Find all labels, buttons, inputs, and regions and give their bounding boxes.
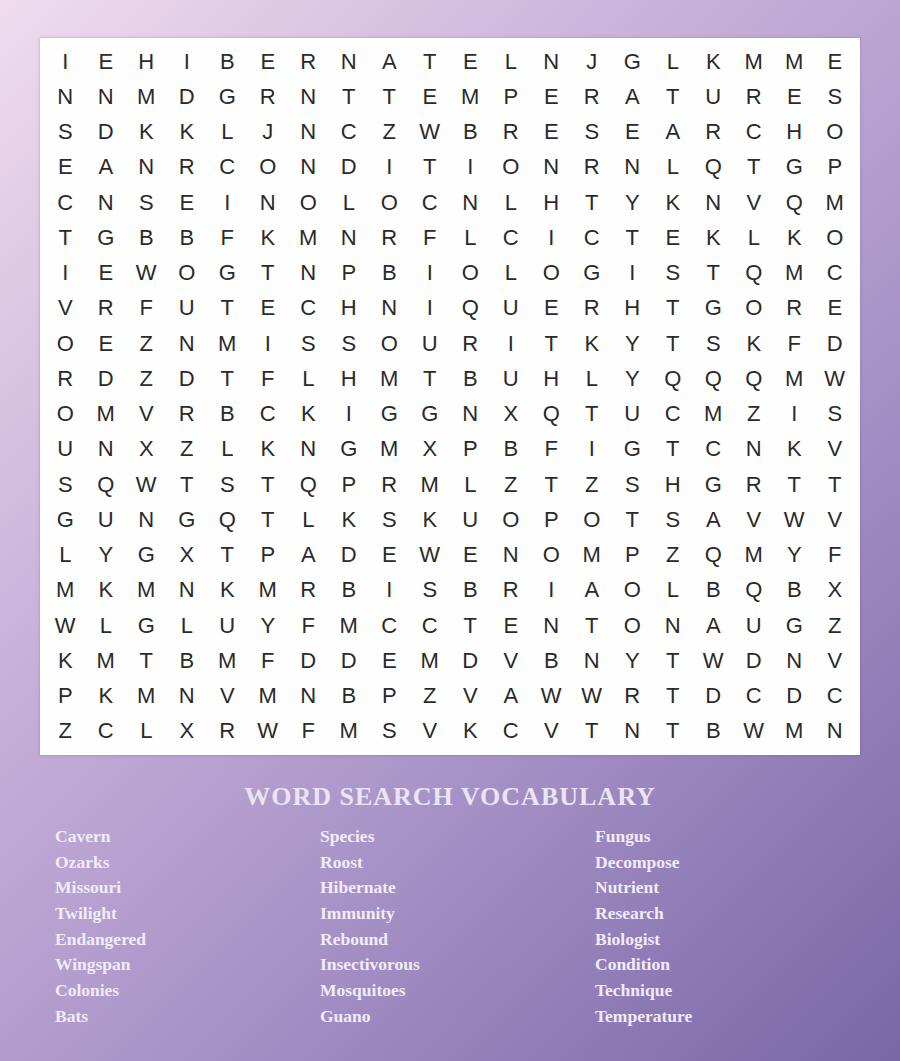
grid-cell[interactable]: I [410, 256, 451, 291]
grid-cell[interactable]: I [491, 326, 532, 361]
grid-cell[interactable]: R [288, 573, 329, 608]
grid-cell[interactable]: Q [86, 467, 127, 502]
grid-cell[interactable]: H [612, 291, 653, 326]
grid-cell[interactable]: E [531, 79, 572, 114]
grid-cell[interactable]: I [531, 573, 572, 608]
grid-cell[interactable]: Y [86, 538, 127, 573]
grid-cell[interactable]: S [653, 502, 694, 537]
grid-cell[interactable]: C [815, 679, 856, 714]
grid-cell[interactable]: E [86, 256, 127, 291]
grid-cell[interactable]: Y [248, 608, 289, 643]
grid-cell[interactable]: O [531, 256, 572, 291]
grid-cell[interactable]: B [450, 573, 491, 608]
grid-cell[interactable]: V [491, 643, 532, 678]
grid-cell[interactable]: W [531, 679, 572, 714]
grid-cell[interactable]: X [410, 432, 451, 467]
grid-cell[interactable]: C [410, 185, 451, 220]
grid-cell[interactable]: E [369, 643, 410, 678]
grid-cell[interactable]: U [167, 291, 208, 326]
grid-cell[interactable]: L [734, 220, 775, 255]
grid-cell[interactable]: H [329, 291, 370, 326]
grid-cell[interactable]: T [207, 291, 248, 326]
grid-cell[interactable]: S [369, 714, 410, 749]
grid-cell[interactable]: G [207, 79, 248, 114]
grid-cell[interactable]: S [815, 79, 856, 114]
grid-cell[interactable]: T [45, 220, 86, 255]
grid-cell[interactable]: M [815, 185, 856, 220]
grid-cell[interactable]: B [167, 220, 208, 255]
grid-cell[interactable]: F [288, 714, 329, 749]
grid-cell[interactable]: K [86, 679, 127, 714]
grid-cell[interactable]: I [248, 326, 289, 361]
grid-cell[interactable]: N [167, 679, 208, 714]
grid-cell[interactable]: M [774, 714, 815, 749]
grid-cell[interactable]: K [45, 643, 86, 678]
grid-cell[interactable]: L [207, 115, 248, 150]
grid-cell[interactable]: P [450, 432, 491, 467]
grid-cell[interactable]: R [572, 79, 613, 114]
grid-cell[interactable]: C [491, 714, 532, 749]
grid-cell[interactable]: T [410, 150, 451, 185]
grid-cell[interactable]: T [653, 714, 694, 749]
grid-cell[interactable]: H [531, 185, 572, 220]
grid-cell[interactable]: G [369, 397, 410, 432]
grid-cell[interactable]: N [288, 432, 329, 467]
grid-cell[interactable]: N [531, 44, 572, 79]
grid-cell[interactable]: N [693, 185, 734, 220]
grid-cell[interactable]: K [288, 397, 329, 432]
grid-cell[interactable]: Y [612, 326, 653, 361]
grid-cell[interactable]: T [653, 326, 694, 361]
grid-cell[interactable]: C [369, 608, 410, 643]
grid-cell[interactable]: N [612, 150, 653, 185]
grid-cell[interactable]: L [450, 467, 491, 502]
grid-cell[interactable]: S [126, 185, 167, 220]
grid-cell[interactable]: E [86, 326, 127, 361]
grid-cell[interactable]: H [774, 115, 815, 150]
grid-cell[interactable]: L [45, 538, 86, 573]
grid-cell[interactable]: M [774, 256, 815, 291]
grid-cell[interactable]: N [86, 79, 127, 114]
grid-cell[interactable]: T [207, 538, 248, 573]
grid-cell[interactable]: R [248, 79, 289, 114]
grid-cell[interactable]: T [572, 608, 613, 643]
grid-cell[interactable]: H [531, 361, 572, 396]
grid-cell[interactable]: S [653, 256, 694, 291]
grid-cell[interactable]: N [86, 185, 127, 220]
grid-cell[interactable]: C [734, 679, 775, 714]
grid-cell[interactable]: I [774, 397, 815, 432]
grid-cell[interactable]: O [45, 326, 86, 361]
grid-cell[interactable]: T [693, 256, 734, 291]
grid-cell[interactable]: Z [45, 714, 86, 749]
grid-cell[interactable]: G [126, 538, 167, 573]
grid-cell[interactable]: Z [734, 397, 775, 432]
grid-cell[interactable]: U [612, 397, 653, 432]
grid-cell[interactable]: A [369, 44, 410, 79]
grid-cell[interactable]: N [450, 397, 491, 432]
grid-cell[interactable]: J [248, 115, 289, 150]
grid-cell[interactable]: O [612, 573, 653, 608]
grid-cell[interactable]: N [531, 608, 572, 643]
grid-cell[interactable]: R [734, 79, 775, 114]
grid-cell[interactable]: S [369, 502, 410, 537]
grid-cell[interactable]: P [248, 538, 289, 573]
grid-cell[interactable]: L [288, 502, 329, 537]
grid-cell[interactable]: N [167, 326, 208, 361]
grid-cell[interactable]: E [531, 291, 572, 326]
grid-cell[interactable]: K [248, 432, 289, 467]
grid-cell[interactable]: F [248, 361, 289, 396]
grid-cell[interactable]: N [288, 79, 329, 114]
grid-cell[interactable]: Y [612, 643, 653, 678]
grid-cell[interactable]: Y [612, 361, 653, 396]
grid-cell[interactable]: R [572, 291, 613, 326]
grid-cell[interactable]: L [491, 256, 532, 291]
grid-cell[interactable]: M [329, 714, 370, 749]
grid-cell[interactable]: R [167, 150, 208, 185]
grid-cell[interactable]: I [531, 220, 572, 255]
grid-cell[interactable]: G [693, 291, 734, 326]
grid-cell[interactable]: Z [815, 608, 856, 643]
grid-cell[interactable]: G [693, 467, 734, 502]
grid-cell[interactable]: N [612, 714, 653, 749]
grid-cell[interactable]: K [693, 220, 734, 255]
grid-cell[interactable]: B [329, 679, 370, 714]
grid-cell[interactable]: W [410, 115, 451, 150]
grid-cell[interactable]: N [815, 714, 856, 749]
grid-cell[interactable]: T [653, 679, 694, 714]
grid-cell[interactable]: D [450, 643, 491, 678]
grid-cell[interactable]: G [774, 150, 815, 185]
grid-cell[interactable]: D [774, 679, 815, 714]
grid-cell[interactable]: I [45, 256, 86, 291]
grid-cell[interactable]: K [734, 326, 775, 361]
grid-cell[interactable]: I [572, 432, 613, 467]
grid-cell[interactable]: I [612, 256, 653, 291]
grid-cell[interactable]: Z [369, 115, 410, 150]
grid-cell[interactable]: M [86, 643, 127, 678]
grid-cell[interactable]: M [126, 679, 167, 714]
grid-cell[interactable]: D [288, 643, 329, 678]
grid-cell[interactable]: T [653, 643, 694, 678]
grid-cell[interactable]: T [410, 44, 451, 79]
grid-cell[interactable]: V [450, 679, 491, 714]
grid-cell[interactable]: M [248, 679, 289, 714]
grid-cell[interactable]: Y [774, 538, 815, 573]
grid-cell[interactable]: F [531, 432, 572, 467]
grid-cell[interactable]: D [329, 150, 370, 185]
grid-cell[interactable]: V [815, 502, 856, 537]
grid-cell[interactable]: Z [410, 679, 451, 714]
grid-cell[interactable]: Q [734, 256, 775, 291]
grid-cell[interactable]: L [491, 44, 532, 79]
grid-cell[interactable]: E [86, 44, 127, 79]
grid-cell[interactable]: K [450, 714, 491, 749]
grid-cell[interactable]: C [491, 220, 532, 255]
grid-cell[interactable]: M [288, 220, 329, 255]
grid-cell[interactable]: F [126, 291, 167, 326]
grid-cell[interactable]: E [369, 538, 410, 573]
grid-cell[interactable]: M [734, 538, 775, 573]
grid-cell[interactable]: N [86, 432, 127, 467]
grid-cell[interactable]: N [774, 643, 815, 678]
grid-cell[interactable]: D [329, 538, 370, 573]
grid-cell[interactable]: P [612, 538, 653, 573]
grid-cell[interactable]: I [167, 44, 208, 79]
grid-cell[interactable]: K [248, 220, 289, 255]
grid-cell[interactable]: W [45, 608, 86, 643]
grid-cell[interactable]: V [734, 502, 775, 537]
grid-cell[interactable]: Q [693, 538, 734, 573]
grid-cell[interactable]: Y [612, 185, 653, 220]
grid-cell[interactable]: K [207, 573, 248, 608]
grid-cell[interactable]: X [815, 573, 856, 608]
grid-cell[interactable]: G [774, 608, 815, 643]
grid-cell[interactable]: E [491, 608, 532, 643]
grid-cell[interactable]: W [774, 502, 815, 537]
grid-cell[interactable]: R [612, 679, 653, 714]
grid-cell[interactable]: F [248, 643, 289, 678]
grid-cell[interactable]: F [774, 326, 815, 361]
grid-cell[interactable]: E [248, 44, 289, 79]
grid-cell[interactable]: W [126, 256, 167, 291]
grid-cell[interactable]: B [774, 573, 815, 608]
grid-cell[interactable]: Z [126, 361, 167, 396]
grid-cell[interactable]: M [774, 361, 815, 396]
grid-cell[interactable]: P [815, 150, 856, 185]
grid-cell[interactable]: V [207, 679, 248, 714]
grid-cell[interactable]: A [693, 502, 734, 537]
grid-cell[interactable]: I [45, 44, 86, 79]
grid-cell[interactable]: T [653, 291, 694, 326]
grid-cell[interactable]: T [126, 643, 167, 678]
grid-cell[interactable]: R [369, 467, 410, 502]
grid-cell[interactable]: B [491, 432, 532, 467]
grid-cell[interactable]: E [248, 291, 289, 326]
grid-cell[interactable]: M [572, 538, 613, 573]
grid-cell[interactable]: T [329, 79, 370, 114]
grid-cell[interactable]: K [693, 44, 734, 79]
grid-cell[interactable]: H [329, 361, 370, 396]
grid-cell[interactable]: T [531, 326, 572, 361]
grid-cell[interactable]: T [369, 79, 410, 114]
grid-cell[interactable]: S [45, 115, 86, 150]
grid-cell[interactable]: F [288, 608, 329, 643]
grid-cell[interactable]: R [86, 291, 127, 326]
grid-cell[interactable]: A [653, 115, 694, 150]
grid-cell[interactable]: L [329, 185, 370, 220]
grid-cell[interactable]: L [86, 608, 127, 643]
grid-cell[interactable]: R [369, 220, 410, 255]
grid-cell[interactable]: M [410, 643, 451, 678]
grid-cell[interactable]: T [248, 502, 289, 537]
grid-cell[interactable]: D [693, 679, 734, 714]
grid-cell[interactable]: E [167, 185, 208, 220]
grid-cell[interactable]: G [572, 256, 613, 291]
grid-cell[interactable]: T [248, 467, 289, 502]
grid-cell[interactable]: B [167, 643, 208, 678]
grid-cell[interactable]: E [410, 79, 451, 114]
grid-cell[interactable]: M [369, 432, 410, 467]
grid-cell[interactable]: N [653, 608, 694, 643]
grid-cell[interactable]: T [167, 467, 208, 502]
grid-cell[interactable]: C [207, 150, 248, 185]
grid-cell[interactable]: D [167, 79, 208, 114]
grid-cell[interactable]: Q [734, 573, 775, 608]
grid-cell[interactable]: L [653, 44, 694, 79]
grid-cell[interactable]: N [531, 150, 572, 185]
grid-cell[interactable]: B [450, 115, 491, 150]
grid-cell[interactable]: C [410, 608, 451, 643]
grid-cell[interactable]: A [572, 573, 613, 608]
grid-cell[interactable]: I [410, 291, 451, 326]
grid-cell[interactable]: Q [774, 185, 815, 220]
grid-cell[interactable]: T [815, 467, 856, 502]
grid-cell[interactable]: Q [693, 361, 734, 396]
grid-cell[interactable]: R [734, 467, 775, 502]
grid-cell[interactable]: P [531, 502, 572, 537]
grid-cell[interactable]: T [572, 714, 613, 749]
grid-cell[interactable]: C [572, 220, 613, 255]
grid-cell[interactable]: I [450, 150, 491, 185]
grid-cell[interactable]: E [450, 44, 491, 79]
grid-cell[interactable]: S [45, 467, 86, 502]
grid-cell[interactable]: C [693, 432, 734, 467]
grid-cell[interactable]: T [572, 397, 613, 432]
grid-cell[interactable]: J [572, 44, 613, 79]
grid-cell[interactable]: P [369, 679, 410, 714]
grid-cell[interactable]: I [207, 185, 248, 220]
grid-cell[interactable]: K [126, 115, 167, 150]
grid-cell[interactable]: U [450, 502, 491, 537]
grid-cell[interactable]: F [815, 538, 856, 573]
grid-cell[interactable]: N [369, 291, 410, 326]
grid-cell[interactable]: K [774, 432, 815, 467]
grid-cell[interactable]: O [491, 150, 532, 185]
grid-cell[interactable]: B [693, 714, 734, 749]
grid-cell[interactable]: M [774, 44, 815, 79]
grid-cell[interactable]: M [410, 467, 451, 502]
grid-cell[interactable]: T [653, 79, 694, 114]
grid-cell[interactable]: U [45, 432, 86, 467]
grid-cell[interactable]: Z [572, 467, 613, 502]
grid-cell[interactable]: A [288, 538, 329, 573]
grid-cell[interactable]: T [572, 185, 613, 220]
grid-cell[interactable]: C [815, 256, 856, 291]
grid-cell[interactable]: Q [693, 150, 734, 185]
grid-cell[interactable]: E [612, 115, 653, 150]
grid-cell[interactable]: X [167, 714, 208, 749]
grid-cell[interactable]: P [45, 679, 86, 714]
grid-cell[interactable]: Z [167, 432, 208, 467]
grid-cell[interactable]: R [45, 361, 86, 396]
grid-cell[interactable]: T [410, 361, 451, 396]
grid-cell[interactable]: O [491, 502, 532, 537]
grid-cell[interactable]: N [288, 115, 329, 150]
grid-cell[interactable]: N [126, 150, 167, 185]
grid-cell[interactable]: B [126, 220, 167, 255]
grid-cell[interactable]: C [653, 397, 694, 432]
grid-cell[interactable]: S [288, 326, 329, 361]
grid-cell[interactable]: N [167, 573, 208, 608]
grid-cell[interactable]: O [612, 608, 653, 643]
grid-cell[interactable]: G [410, 397, 451, 432]
grid-cell[interactable]: U [410, 326, 451, 361]
grid-cell[interactable]: E [815, 291, 856, 326]
grid-cell[interactable]: L [288, 361, 329, 396]
grid-cell[interactable]: O [815, 220, 856, 255]
grid-cell[interactable]: A [491, 679, 532, 714]
grid-cell[interactable]: T [248, 256, 289, 291]
grid-cell[interactable]: V [531, 714, 572, 749]
grid-cell[interactable]: V [734, 185, 775, 220]
grid-cell[interactable]: B [450, 361, 491, 396]
grid-cell[interactable]: E [774, 79, 815, 114]
grid-cell[interactable]: C [45, 185, 86, 220]
grid-cell[interactable]: E [531, 115, 572, 150]
grid-cell[interactable]: T [531, 467, 572, 502]
grid-cell[interactable]: B [207, 397, 248, 432]
grid-cell[interactable]: W [572, 679, 613, 714]
grid-cell[interactable]: C [734, 115, 775, 150]
grid-cell[interactable]: I [369, 573, 410, 608]
grid-cell[interactable]: W [126, 467, 167, 502]
grid-cell[interactable]: T [612, 502, 653, 537]
grid-cell[interactable]: G [126, 608, 167, 643]
grid-cell[interactable]: O [248, 150, 289, 185]
grid-cell[interactable]: Q [653, 361, 694, 396]
grid-cell[interactable]: M [45, 573, 86, 608]
grid-cell[interactable]: S [207, 467, 248, 502]
grid-cell[interactable]: G [167, 502, 208, 537]
grid-cell[interactable]: T [450, 608, 491, 643]
grid-cell[interactable]: R [491, 115, 532, 150]
grid-cell[interactable]: H [126, 44, 167, 79]
grid-cell[interactable]: W [815, 361, 856, 396]
grid-cell[interactable]: M [329, 608, 370, 643]
grid-cell[interactable]: B [207, 44, 248, 79]
grid-cell[interactable]: Q [450, 291, 491, 326]
grid-cell[interactable]: L [167, 608, 208, 643]
grid-cell[interactable]: D [815, 326, 856, 361]
grid-cell[interactable]: W [693, 643, 734, 678]
grid-cell[interactable]: M [126, 79, 167, 114]
grid-cell[interactable]: R [491, 573, 532, 608]
grid-cell[interactable]: N [45, 79, 86, 114]
grid-cell[interactable]: R [167, 397, 208, 432]
grid-cell[interactable]: V [126, 397, 167, 432]
grid-cell[interactable]: O [369, 185, 410, 220]
grid-cell[interactable]: H [653, 467, 694, 502]
grid-cell[interactable]: N [288, 256, 329, 291]
grid-cell[interactable]: O [369, 326, 410, 361]
grid-cell[interactable]: Q [734, 361, 775, 396]
grid-cell[interactable]: M [86, 397, 127, 432]
grid-cell[interactable]: K [653, 185, 694, 220]
grid-cell[interactable]: K [167, 115, 208, 150]
grid-cell[interactable]: E [450, 538, 491, 573]
grid-cell[interactable]: U [491, 291, 532, 326]
grid-cell[interactable]: Z [653, 538, 694, 573]
grid-cell[interactable]: D [329, 643, 370, 678]
grid-cell[interactable]: P [329, 467, 370, 502]
grid-cell[interactable]: S [329, 326, 370, 361]
grid-cell[interactable]: R [693, 115, 734, 150]
grid-cell[interactable]: L [653, 150, 694, 185]
grid-cell[interactable]: L [450, 220, 491, 255]
grid-cell[interactable]: B [531, 643, 572, 678]
